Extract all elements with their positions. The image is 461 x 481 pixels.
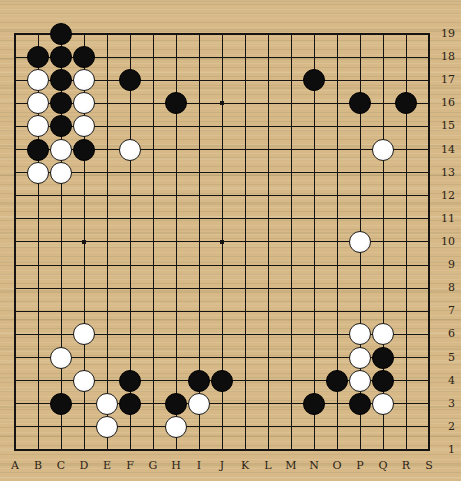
grid-line-horizontal-1 <box>14 449 430 451</box>
column-label-P: P <box>352 459 368 473</box>
row-label-9: 9 <box>438 258 455 272</box>
column-label-C: C <box>53 459 69 473</box>
column-label-M: M <box>283 459 299 473</box>
white-stone-C13 <box>50 162 72 184</box>
grid-line-horizontal-9 <box>14 265 430 266</box>
column-label-S: S <box>421 459 437 473</box>
black-stone-N3 <box>303 393 325 415</box>
column-label-A: A <box>7 459 23 473</box>
column-label-N: N <box>306 459 322 473</box>
column-label-E: E <box>99 459 115 473</box>
black-stone-C15 <box>50 115 72 137</box>
white-stone-Q6 <box>372 323 394 345</box>
row-label-1: 1 <box>438 443 455 457</box>
black-stone-H3 <box>165 393 187 415</box>
column-label-I: I <box>191 459 207 473</box>
white-stone-C5 <box>50 347 72 369</box>
grid-line-vertical-N <box>314 33 315 451</box>
star-point-D10 <box>82 240 86 244</box>
go-board[interactable]: ABCDEFGHIJKLMNOPQRS191817161514131211109… <box>0 0 461 481</box>
black-stone-C16 <box>50 92 72 114</box>
white-stone-D15 <box>73 115 95 137</box>
white-stone-E2 <box>96 416 118 438</box>
black-stone-F17 <box>119 69 141 91</box>
black-stone-H16 <box>165 92 187 114</box>
white-stone-P6 <box>349 323 371 345</box>
column-label-F: F <box>122 459 138 473</box>
white-stone-Q14 <box>372 139 394 161</box>
star-point-J10 <box>220 240 224 244</box>
white-stone-F14 <box>119 139 141 161</box>
black-stone-N17 <box>303 69 325 91</box>
black-stone-J4 <box>211 370 233 392</box>
black-stone-I4 <box>188 370 210 392</box>
black-stone-F3 <box>119 393 141 415</box>
star-point-J16 <box>220 101 224 105</box>
white-stone-Q3 <box>372 393 394 415</box>
white-stone-H2 <box>165 416 187 438</box>
black-stone-C18 <box>50 46 72 68</box>
black-stone-C3 <box>50 393 72 415</box>
white-stone-D17 <box>73 69 95 91</box>
row-label-5: 5 <box>438 351 455 365</box>
row-label-17: 17 <box>438 73 455 87</box>
row-label-2: 2 <box>438 420 455 434</box>
column-label-D: D <box>76 459 92 473</box>
white-stone-D16 <box>73 92 95 114</box>
column-label-L: L <box>260 459 276 473</box>
row-label-13: 13 <box>438 166 455 180</box>
row-label-14: 14 <box>438 143 455 157</box>
black-stone-B14 <box>27 139 49 161</box>
row-label-4: 4 <box>438 374 455 388</box>
black-stone-P3 <box>349 393 371 415</box>
grid-line-horizontal-7 <box>14 311 430 312</box>
white-stone-I3 <box>188 393 210 415</box>
black-stone-Q4 <box>372 370 394 392</box>
white-stone-C14 <box>50 139 72 161</box>
white-stone-B17 <box>27 69 49 91</box>
row-label-10: 10 <box>438 235 455 249</box>
row-label-16: 16 <box>438 96 455 110</box>
white-stone-B16 <box>27 92 49 114</box>
row-label-12: 12 <box>438 189 455 203</box>
row-label-6: 6 <box>438 327 455 341</box>
white-stone-P5 <box>349 347 371 369</box>
white-stone-B13 <box>27 162 49 184</box>
black-stone-P16 <box>349 92 371 114</box>
row-label-7: 7 <box>438 304 455 318</box>
black-stone-D14 <box>73 139 95 161</box>
column-label-G: G <box>145 459 161 473</box>
row-label-18: 18 <box>438 50 455 64</box>
white-stone-E3 <box>96 393 118 415</box>
column-label-R: R <box>398 459 414 473</box>
column-label-H: H <box>168 459 184 473</box>
white-stone-B15 <box>27 115 49 137</box>
row-label-11: 11 <box>438 212 455 226</box>
black-stone-R16 <box>395 92 417 114</box>
black-stone-D18 <box>73 46 95 68</box>
grid-line-vertical-L <box>268 33 269 451</box>
grid-line-vertical-M <box>291 33 292 451</box>
column-label-K: K <box>237 459 253 473</box>
column-label-B: B <box>30 459 46 473</box>
black-stone-C19 <box>50 23 72 45</box>
white-stone-P10 <box>349 231 371 253</box>
grid-line-vertical-K <box>245 33 246 451</box>
black-stone-B18 <box>27 46 49 68</box>
white-stone-D4 <box>73 370 95 392</box>
row-label-8: 8 <box>438 281 455 295</box>
column-label-Q: Q <box>375 459 391 473</box>
black-stone-F4 <box>119 370 141 392</box>
column-label-J: J <box>214 459 230 473</box>
black-stone-O4 <box>326 370 348 392</box>
black-stone-C17 <box>50 69 72 91</box>
white-stone-D6 <box>73 323 95 345</box>
black-stone-Q5 <box>372 347 394 369</box>
white-stone-P4 <box>349 370 371 392</box>
column-label-O: O <box>329 459 345 473</box>
row-label-19: 19 <box>438 27 455 41</box>
row-label-3: 3 <box>438 397 455 411</box>
grid-line-vertical-S <box>428 33 430 451</box>
row-label-15: 15 <box>438 119 455 133</box>
grid-line-horizontal-8 <box>14 288 430 289</box>
grid-line-horizontal-2 <box>14 426 430 427</box>
